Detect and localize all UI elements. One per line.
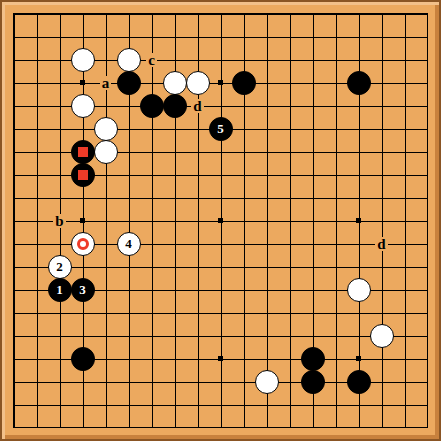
black-stone — [301, 370, 325, 394]
point-label-d: d — [375, 237, 387, 251]
white-stone: 4 — [117, 232, 141, 256]
point-label-c: c — [146, 53, 157, 67]
point-label-b: b — [53, 214, 65, 228]
white-stone — [71, 94, 95, 118]
move-number: 2 — [56, 260, 63, 273]
black-stone: 3 — [71, 278, 95, 302]
black-stone — [232, 71, 256, 95]
move-number: 1 — [56, 283, 63, 296]
white-stone — [94, 140, 118, 164]
go-board: abcdd42513 — [0, 0, 441, 441]
white-stone — [163, 71, 187, 95]
black-stone — [163, 94, 187, 118]
black-stone — [117, 71, 141, 95]
white-stone — [71, 48, 95, 72]
square-marker-icon — [78, 170, 88, 180]
square-marker-icon — [78, 147, 88, 157]
goban-grid[interactable]: abcdd42513 — [2, 2, 439, 439]
point-label-d: d — [191, 99, 203, 113]
point-label-a: a — [100, 76, 112, 90]
white-stone — [71, 232, 95, 256]
white-stone — [94, 117, 118, 141]
black-stone — [71, 347, 95, 371]
move-number: 4 — [125, 237, 132, 250]
black-stone — [347, 370, 371, 394]
move-number: 3 — [79, 283, 86, 296]
black-stone — [140, 94, 164, 118]
circle-marker-icon — [77, 238, 89, 250]
white-stone — [347, 278, 371, 302]
black-stone: 1 — [48, 278, 72, 302]
black-stone — [71, 140, 95, 164]
black-stone — [347, 71, 371, 95]
white-stone — [370, 324, 394, 348]
white-stone — [186, 71, 210, 95]
black-stone — [301, 347, 325, 371]
white-stone — [117, 48, 141, 72]
white-stone — [255, 370, 279, 394]
move-number: 5 — [217, 122, 224, 135]
white-stone: 2 — [48, 255, 72, 279]
black-stone — [71, 163, 95, 187]
black-stone: 5 — [209, 117, 233, 141]
